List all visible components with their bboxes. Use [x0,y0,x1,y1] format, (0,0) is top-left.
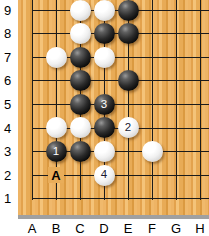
point-annotation-A: A [48,167,64,183]
stone-white-F3 [142,141,163,162]
row-label-9: 9 [0,3,15,18]
row-label-7: 7 [0,50,15,65]
row-label-1: 1 [0,191,15,206]
board-shadow [18,215,209,219]
stone-black-E6 [118,70,139,91]
row-label-4: 4 [0,121,15,136]
stone-black-B3: 1 [46,141,67,162]
stone-white-B4 [46,117,67,138]
stone-white-C8 [70,23,91,44]
stone-black-E8 [118,23,139,44]
stones-layer: 3124A [20,0,209,211]
stone-white-C4 [70,117,91,138]
row-label-3: 3 [0,144,15,159]
stone-black-D4 [94,117,115,138]
col-label-G: G [168,221,184,236]
move-number-label: 3 [101,99,107,111]
col-label-A: A [24,221,40,236]
stone-white-E4: 2 [118,117,139,138]
stone-black-E9 [118,0,139,21]
stone-black-D8 [94,23,115,44]
stone-white-B7 [46,47,67,68]
move-number-label: 4 [101,169,107,181]
stone-black-C3 [70,141,91,162]
stone-black-D5: 3 [94,94,115,115]
row-label-5: 5 [0,97,15,112]
col-label-E: E [120,221,136,236]
stone-white-D2: 4 [94,165,115,186]
row-label-6: 6 [0,73,15,88]
move-number-label: 2 [125,122,131,134]
stone-black-C7 [70,47,91,68]
move-number-label: 1 [53,146,59,158]
stone-black-C6 [70,70,91,91]
col-label-D: D [96,221,112,236]
row-label-8: 8 [0,26,15,41]
go-board: 3124A [18,0,209,215]
stone-white-D7 [94,47,115,68]
stone-white-D3 [94,141,115,162]
col-label-F: F [144,221,160,236]
go-diagram: 3124A 987654321 ABCDEFGH [0,0,209,236]
col-label-C: C [72,221,88,236]
stone-black-C5 [70,94,91,115]
col-label-B: B [48,221,64,236]
stone-white-D9 [94,0,115,21]
row-label-2: 2 [0,168,15,183]
col-label-H: H [192,221,208,236]
stone-white-C9 [70,0,91,21]
